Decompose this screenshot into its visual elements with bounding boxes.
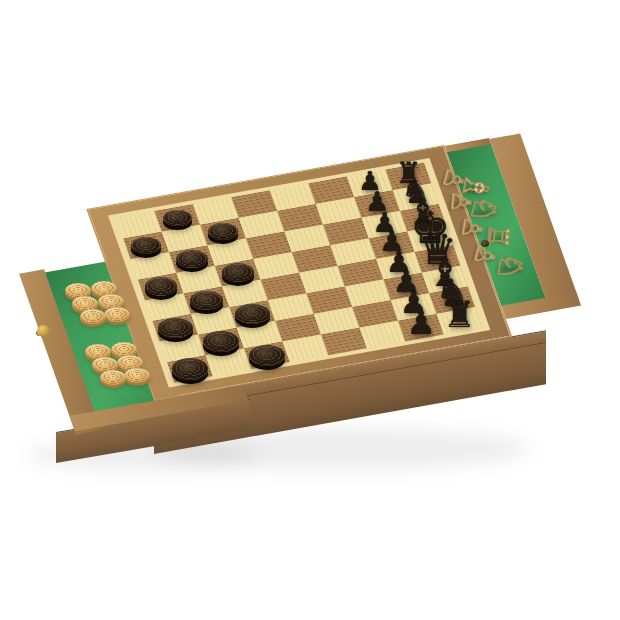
black-rook[interactable]: ♜ <box>443 296 475 332</box>
dark-checker[interactable] <box>172 358 209 379</box>
dark-checker[interactable] <box>176 250 207 268</box>
dark-checker[interactable] <box>145 277 177 296</box>
dark-checker[interactable] <box>203 331 239 352</box>
light-knight-lying[interactable]: ♘ <box>492 250 528 284</box>
dark-checker[interactable] <box>190 291 223 310</box>
dark-checker[interactable] <box>235 304 270 324</box>
chess-checkers-set-photo: ♟♜♟♞♟♝♟♚♟♛♟♝♟♞♟♜♙♗♙♘♙♖♙♘ <box>0 0 620 620</box>
dark-checker[interactable] <box>222 263 254 282</box>
light-checker[interactable] <box>124 368 150 383</box>
light-checker[interactable] <box>80 309 106 324</box>
dark-checker[interactable] <box>158 318 193 338</box>
drawer-knob[interactable] <box>37 325 50 337</box>
black-pawn[interactable]: ♟ <box>407 307 436 339</box>
drawer-rail-hole <box>481 240 489 247</box>
light-checker[interactable] <box>104 307 130 322</box>
dark-checker[interactable] <box>163 210 192 227</box>
dark-checker[interactable] <box>249 345 286 366</box>
light-checker[interactable] <box>100 370 126 385</box>
